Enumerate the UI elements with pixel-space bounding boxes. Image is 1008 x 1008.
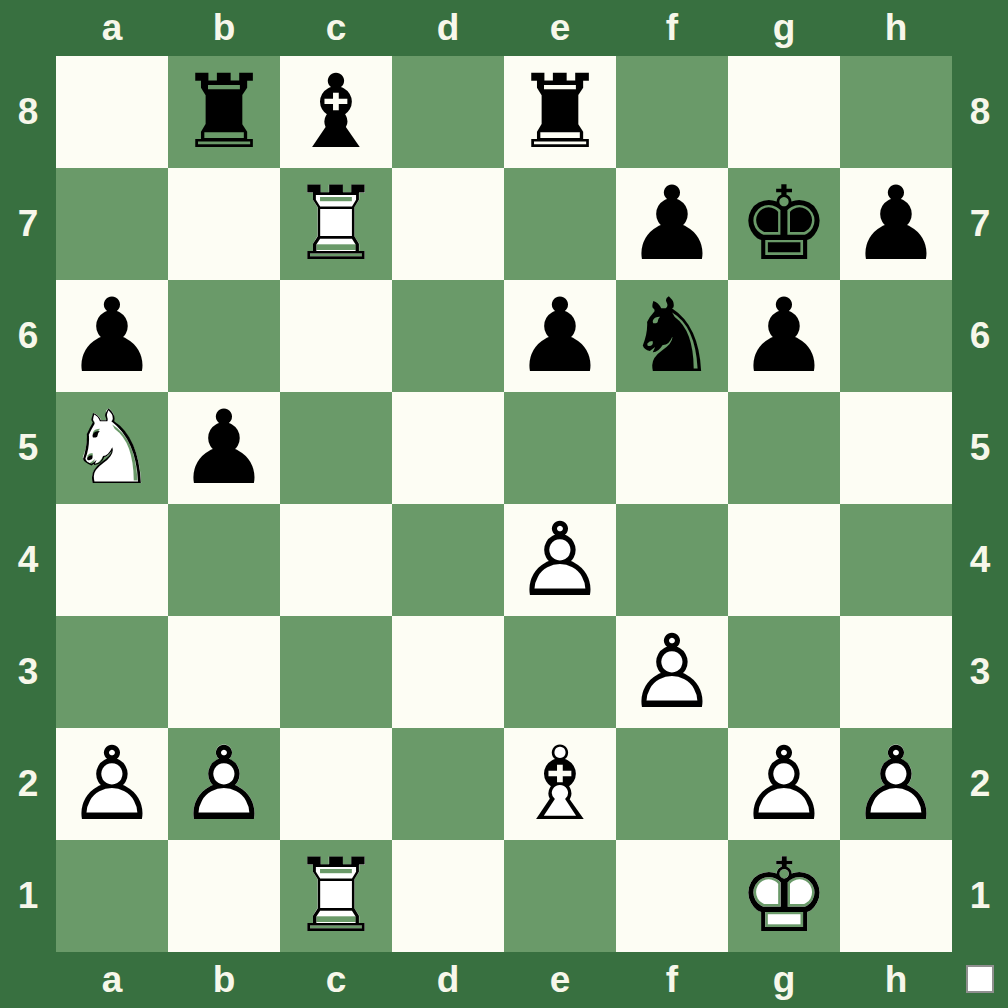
square-h6	[840, 280, 952, 392]
file-label-d: d	[392, 952, 504, 1008]
rank-label-7: 7	[952, 168, 1008, 280]
square-f4	[616, 504, 728, 616]
square-e8: ♜	[504, 56, 616, 168]
rank-label-2: 2	[952, 728, 1008, 840]
piece-outline-layer: ♙	[728, 728, 840, 840]
file-label-d: d	[392, 0, 504, 56]
piece-glyph: ♟	[56, 280, 168, 392]
square-b4	[168, 504, 280, 616]
piece-white-pawn: ♟♙	[728, 728, 840, 840]
piece-white-pawn: ♟♙	[840, 728, 952, 840]
piece-black-bishop: ♝	[280, 56, 392, 168]
square-d1	[392, 840, 504, 952]
square-h4	[840, 504, 952, 616]
piece-white-knight: ♞♘	[56, 392, 168, 504]
file-label-g: g	[728, 952, 840, 1008]
piece-glyph: ♟	[728, 280, 840, 392]
square-b8: ♜	[168, 56, 280, 168]
piece-white-bishop: ♝♗	[504, 728, 616, 840]
square-h8	[840, 56, 952, 168]
rank-label-1: 1	[0, 840, 56, 952]
piece-black-pawn: ♟	[56, 280, 168, 392]
piece-white-king: ♚♔	[728, 840, 840, 952]
square-c4	[280, 504, 392, 616]
piece-white-rook: ♜♖	[280, 168, 392, 280]
square-a1	[56, 840, 168, 952]
square-a6: ♟	[56, 280, 168, 392]
piece-outline-layer: ♖	[280, 840, 392, 952]
square-f6: ♞	[616, 280, 728, 392]
piece-white-pawn: ♟♙	[168, 728, 280, 840]
rank-label-6: 6	[0, 280, 56, 392]
piece-outline-layer: ♙	[840, 728, 952, 840]
rank-label-5: 5	[952, 392, 1008, 504]
square-g6: ♟	[728, 280, 840, 392]
rank-label-1: 1	[952, 840, 1008, 952]
piece-black-knight: ♞	[616, 280, 728, 392]
square-f3: ♟♙	[616, 616, 728, 728]
rank-label-3: 3	[952, 616, 1008, 728]
square-f5	[616, 392, 728, 504]
rank-labels-right: 87654321	[952, 56, 1008, 952]
square-h5	[840, 392, 952, 504]
piece-black-pawn: ♟	[616, 168, 728, 280]
square-g3	[728, 616, 840, 728]
square-d5	[392, 392, 504, 504]
square-d7	[392, 168, 504, 280]
square-e4: ♟♙	[504, 504, 616, 616]
square-e5	[504, 392, 616, 504]
square-c7: ♜♖	[280, 168, 392, 280]
square-f2	[616, 728, 728, 840]
chess-diagram: abcdefgh 87654321 ♜♝♜♜♖♟♚♟♟♟♞♟♞♘♟♟♙♟♙♟♙♟…	[0, 0, 1008, 1008]
piece-glyph: ♝	[280, 56, 392, 168]
file-label-a: a	[56, 952, 168, 1008]
piece-white-pawn: ♟♙	[56, 728, 168, 840]
piece-glyph: ♚	[728, 168, 840, 280]
piece-outline-layer: ♔	[728, 840, 840, 952]
piece-white-pawn: ♟♙	[616, 616, 728, 728]
file-label-b: b	[168, 952, 280, 1008]
square-g1: ♚♔	[728, 840, 840, 952]
square-a5: ♞♘	[56, 392, 168, 504]
piece-black-rook: ♜	[168, 56, 280, 168]
square-g2: ♟♙	[728, 728, 840, 840]
square-h2: ♟♙	[840, 728, 952, 840]
rank-label-4: 4	[952, 504, 1008, 616]
square-b3	[168, 616, 280, 728]
square-a8	[56, 56, 168, 168]
piece-white-rook: ♜♖	[280, 840, 392, 952]
piece-black-pawn: ♟	[168, 392, 280, 504]
board: ♜♝♜♜♖♟♚♟♟♟♞♟♞♘♟♟♙♟♙♟♙♟♙♝♗♟♙♟♙♜♖♚♔	[56, 56, 952, 952]
piece-black-pawn: ♟	[728, 280, 840, 392]
piece-black-pawn: ♟	[840, 168, 952, 280]
rank-labels-left: 87654321	[0, 56, 56, 952]
square-a7	[56, 168, 168, 280]
square-d3	[392, 616, 504, 728]
rank-label-8: 8	[0, 56, 56, 168]
square-f7: ♟	[616, 168, 728, 280]
square-b7	[168, 168, 280, 280]
file-labels-top: abcdefgh	[56, 0, 952, 56]
square-a3	[56, 616, 168, 728]
square-c3	[280, 616, 392, 728]
rank-label-7: 7	[0, 168, 56, 280]
rank-label-2: 2	[0, 728, 56, 840]
rank-label-3: 3	[0, 616, 56, 728]
piece-glyph: ♟	[504, 280, 616, 392]
square-d4	[392, 504, 504, 616]
file-label-a: a	[56, 0, 168, 56]
white-to-move-indicator	[966, 965, 994, 993]
square-c8: ♝	[280, 56, 392, 168]
square-e3	[504, 616, 616, 728]
piece-glyph: ♞	[616, 280, 728, 392]
square-a2: ♟♙	[56, 728, 168, 840]
piece-glyph: ♜	[168, 56, 280, 168]
rank-label-4: 4	[0, 504, 56, 616]
square-g8	[728, 56, 840, 168]
file-label-f: f	[616, 952, 728, 1008]
piece-glyph: ♟	[168, 392, 280, 504]
square-b2: ♟♙	[168, 728, 280, 840]
file-label-e: e	[504, 0, 616, 56]
file-label-f: f	[616, 0, 728, 56]
file-label-c: c	[280, 0, 392, 56]
piece-outline-layer: ♖	[280, 168, 392, 280]
square-g4	[728, 504, 840, 616]
square-b6	[168, 280, 280, 392]
piece-white-pawn: ♟♙	[504, 504, 616, 616]
square-e2: ♝♗	[504, 728, 616, 840]
piece-black-rook: ♜	[504, 56, 616, 168]
rank-label-5: 5	[0, 392, 56, 504]
square-c5	[280, 392, 392, 504]
square-e7	[504, 168, 616, 280]
piece-outline-layer: ♙	[168, 728, 280, 840]
file-labels-bottom: abcdefgh	[56, 952, 952, 1008]
file-label-g: g	[728, 0, 840, 56]
square-b5: ♟	[168, 392, 280, 504]
file-label-b: b	[168, 0, 280, 56]
piece-outline-layer: ♗	[504, 728, 616, 840]
square-h3	[840, 616, 952, 728]
file-label-c: c	[280, 952, 392, 1008]
square-f1	[616, 840, 728, 952]
square-d8	[392, 56, 504, 168]
square-d2	[392, 728, 504, 840]
square-h7: ♟	[840, 168, 952, 280]
square-f8	[616, 56, 728, 168]
piece-glyph: ♟	[840, 168, 952, 280]
piece-outline-layer: ♙	[56, 728, 168, 840]
square-c6	[280, 280, 392, 392]
piece-glyph: ♜	[504, 56, 616, 168]
piece-black-king: ♚	[728, 168, 840, 280]
piece-glyph: ♟	[616, 168, 728, 280]
square-c1: ♜♖	[280, 840, 392, 952]
square-b1	[168, 840, 280, 952]
square-d6	[392, 280, 504, 392]
file-label-h: h	[840, 952, 952, 1008]
square-e1	[504, 840, 616, 952]
piece-outline-layer: ♘	[56, 392, 168, 504]
piece-black-pawn: ♟	[504, 280, 616, 392]
square-c2	[280, 728, 392, 840]
file-label-e: e	[504, 952, 616, 1008]
piece-outline-layer: ♙	[504, 504, 616, 616]
square-e6: ♟	[504, 280, 616, 392]
piece-outline-layer: ♙	[616, 616, 728, 728]
rank-label-6: 6	[952, 280, 1008, 392]
rank-label-8: 8	[952, 56, 1008, 168]
file-label-h: h	[840, 0, 952, 56]
square-g5	[728, 392, 840, 504]
square-g7: ♚	[728, 168, 840, 280]
square-h1	[840, 840, 952, 952]
square-a4	[56, 504, 168, 616]
